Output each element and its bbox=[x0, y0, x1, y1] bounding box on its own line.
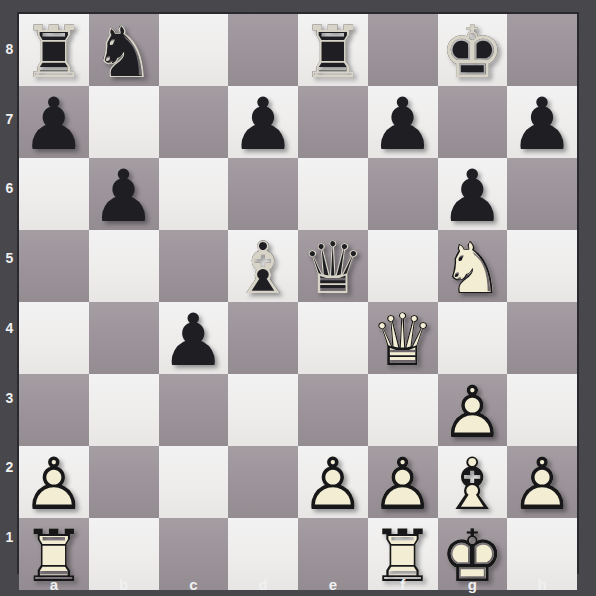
square-e7[interactable] bbox=[298, 86, 368, 158]
chess-board-frame: ♜♖♞♘♜♖♚♔♟♟♟♟♟♟♝♗♛♕♞♘♟♛♕♟♙♟♙♟♙♟♙♝♗♟♙♜♖♜♖♚… bbox=[0, 0, 596, 596]
square-g8[interactable]: ♚♔ bbox=[438, 14, 508, 86]
rank-label-7: 7 bbox=[0, 84, 19, 154]
square-a3[interactable] bbox=[19, 374, 89, 446]
black-pawn-icon: ♟ bbox=[370, 88, 435, 160]
square-f6[interactable] bbox=[368, 158, 438, 230]
square-b6[interactable]: ♟ bbox=[89, 158, 159, 230]
square-e3[interactable] bbox=[298, 374, 368, 446]
square-c8[interactable] bbox=[159, 14, 229, 86]
square-d3[interactable] bbox=[228, 374, 298, 446]
white-pawn-outline-icon: ♙ bbox=[440, 376, 505, 448]
square-c4[interactable]: ♟ bbox=[159, 302, 229, 374]
white-bishop[interactable]: ♝♗ bbox=[440, 448, 505, 520]
black-pawn-icon: ♟ bbox=[510, 88, 575, 160]
black-pawn[interactable]: ♟ bbox=[440, 160, 505, 232]
black-pawn[interactable]: ♟ bbox=[91, 160, 156, 232]
square-a5[interactable] bbox=[19, 230, 89, 302]
square-e8[interactable]: ♜♖ bbox=[298, 14, 368, 86]
white-bishop-outline-icon: ♗ bbox=[440, 448, 505, 520]
file-label-g: g bbox=[438, 572, 508, 596]
square-f7[interactable]: ♟ bbox=[368, 86, 438, 158]
black-king-outline-icon: ♔ bbox=[440, 16, 505, 88]
white-pawn[interactable]: ♟♙ bbox=[370, 448, 435, 520]
rank-label-6: 6 bbox=[0, 154, 19, 224]
file-label-f: f bbox=[368, 572, 438, 596]
square-d8[interactable] bbox=[228, 14, 298, 86]
black-rook[interactable]: ♜♖ bbox=[22, 16, 87, 88]
square-b4[interactable] bbox=[89, 302, 159, 374]
square-b3[interactable] bbox=[89, 374, 159, 446]
rank-label-3: 3 bbox=[0, 363, 19, 433]
square-h5[interactable] bbox=[507, 230, 577, 302]
square-c6[interactable] bbox=[159, 158, 229, 230]
square-f5[interactable] bbox=[368, 230, 438, 302]
square-d4[interactable] bbox=[228, 302, 298, 374]
square-c2[interactable] bbox=[159, 446, 229, 518]
square-c5[interactable] bbox=[159, 230, 229, 302]
white-pawn-outline-icon: ♙ bbox=[370, 448, 435, 520]
square-g6[interactable]: ♟ bbox=[438, 158, 508, 230]
file-label-b: b bbox=[89, 572, 159, 596]
square-f3[interactable] bbox=[368, 374, 438, 446]
square-g7[interactable] bbox=[438, 86, 508, 158]
square-a6[interactable] bbox=[19, 158, 89, 230]
square-c3[interactable] bbox=[159, 374, 229, 446]
black-rook-outline-icon: ♖ bbox=[301, 16, 366, 88]
black-bishop[interactable]: ♝♗ bbox=[231, 232, 296, 304]
file-label-c: c bbox=[159, 572, 229, 596]
square-d6[interactable] bbox=[228, 158, 298, 230]
square-e2[interactable]: ♟♙ bbox=[298, 446, 368, 518]
square-c7[interactable] bbox=[159, 86, 229, 158]
square-h4[interactable] bbox=[507, 302, 577, 374]
square-b7[interactable] bbox=[89, 86, 159, 158]
white-queen-outline-icon: ♕ bbox=[370, 304, 435, 376]
file-label-a: a bbox=[19, 572, 89, 596]
black-pawn-icon: ♟ bbox=[440, 160, 505, 232]
white-pawn-outline-icon: ♙ bbox=[22, 448, 87, 520]
black-knight-outline-icon: ♘ bbox=[91, 16, 156, 88]
black-pawn-icon: ♟ bbox=[22, 88, 87, 160]
white-knight[interactable]: ♞♘ bbox=[440, 232, 505, 304]
square-a8[interactable]: ♜♖ bbox=[19, 14, 89, 86]
square-e5[interactable]: ♛♕ bbox=[298, 230, 368, 302]
black-pawn-icon: ♟ bbox=[161, 304, 226, 376]
black-rook-outline-icon: ♖ bbox=[22, 16, 87, 88]
white-pawn-outline-icon: ♙ bbox=[510, 448, 575, 520]
square-a4[interactable] bbox=[19, 302, 89, 374]
rank-label-5: 5 bbox=[0, 223, 19, 293]
square-g4[interactable] bbox=[438, 302, 508, 374]
white-knight-outline-icon: ♘ bbox=[440, 232, 505, 304]
square-e4[interactable] bbox=[298, 302, 368, 374]
square-d2[interactable] bbox=[228, 446, 298, 518]
white-pawn-outline-icon: ♙ bbox=[301, 448, 366, 520]
white-pawn[interactable]: ♟♙ bbox=[440, 376, 505, 448]
black-pawn[interactable]: ♟ bbox=[22, 88, 87, 160]
square-b5[interactable] bbox=[89, 230, 159, 302]
chess-board: ♜♖♞♘♜♖♚♔♟♟♟♟♟♟♝♗♛♕♞♘♟♛♕♟♙♟♙♟♙♟♙♝♗♟♙♜♖♜♖♚… bbox=[19, 14, 577, 572]
black-pawn[interactable]: ♟ bbox=[161, 304, 226, 376]
black-knight[interactable]: ♞♘ bbox=[91, 16, 156, 88]
square-a7[interactable]: ♟ bbox=[19, 86, 89, 158]
square-b8[interactable]: ♞♘ bbox=[89, 14, 159, 86]
rank-label-8: 8 bbox=[0, 14, 19, 84]
black-bishop-outline-icon: ♗ bbox=[231, 232, 296, 304]
square-f4[interactable]: ♛♕ bbox=[368, 302, 438, 374]
black-rook[interactable]: ♜♖ bbox=[301, 16, 366, 88]
rank-label-1: 1 bbox=[0, 502, 19, 572]
white-queen[interactable]: ♛♕ bbox=[370, 304, 435, 376]
rank-label-2: 2 bbox=[0, 433, 19, 503]
square-h3[interactable] bbox=[507, 374, 577, 446]
black-queen-outline-icon: ♕ bbox=[301, 232, 366, 304]
rank-label-4: 4 bbox=[0, 293, 19, 363]
square-d5[interactable]: ♝♗ bbox=[228, 230, 298, 302]
black-pawn-icon: ♟ bbox=[91, 160, 156, 232]
square-h7[interactable]: ♟ bbox=[507, 86, 577, 158]
square-b2[interactable] bbox=[89, 446, 159, 518]
white-pawn[interactable]: ♟♙ bbox=[22, 448, 87, 520]
white-pawn[interactable]: ♟♙ bbox=[301, 448, 366, 520]
square-f2[interactable]: ♟♙ bbox=[368, 446, 438, 518]
square-a2[interactable]: ♟♙ bbox=[19, 446, 89, 518]
file-label-h: h bbox=[507, 572, 577, 596]
square-f8[interactable] bbox=[368, 14, 438, 86]
square-g2[interactable]: ♝♗ bbox=[438, 446, 508, 518]
black-king[interactable]: ♚♔ bbox=[440, 16, 505, 88]
square-d7[interactable]: ♟ bbox=[228, 86, 298, 158]
file-label-d: d bbox=[228, 572, 298, 596]
square-g3[interactable]: ♟♙ bbox=[438, 374, 508, 446]
square-h6[interactable] bbox=[507, 158, 577, 230]
square-g5[interactable]: ♞♘ bbox=[438, 230, 508, 302]
black-pawn-icon: ♟ bbox=[231, 88, 296, 160]
square-h2[interactable]: ♟♙ bbox=[507, 446, 577, 518]
black-pawn[interactable]: ♟ bbox=[231, 88, 296, 160]
square-e6[interactable] bbox=[298, 158, 368, 230]
black-pawn[interactable]: ♟ bbox=[370, 88, 435, 160]
black-pawn[interactable]: ♟ bbox=[510, 88, 575, 160]
file-label-e: e bbox=[298, 572, 368, 596]
black-queen[interactable]: ♛♕ bbox=[301, 232, 366, 304]
square-h8[interactable] bbox=[507, 14, 577, 86]
white-pawn[interactable]: ♟♙ bbox=[510, 448, 575, 520]
